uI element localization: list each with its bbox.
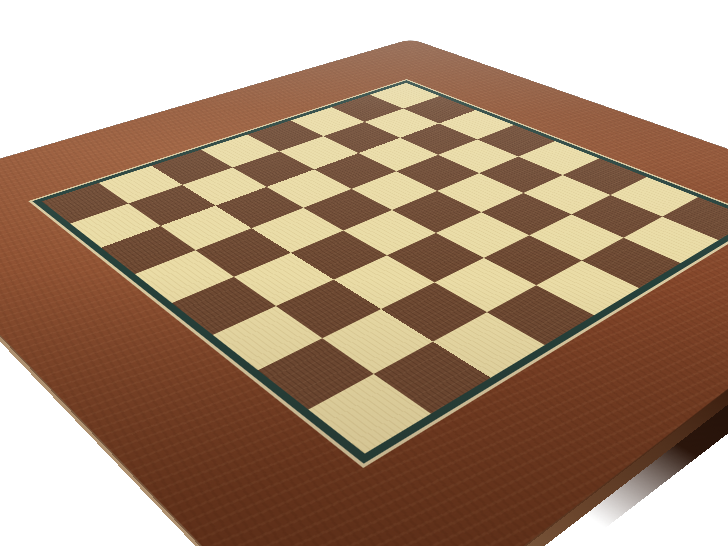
chessboard xyxy=(0,39,728,546)
inlay-teal-frame xyxy=(32,80,728,463)
product-photo-scene xyxy=(0,0,728,546)
chessboard-grid xyxy=(42,83,728,454)
inlay-pinstripe-frame xyxy=(28,79,728,468)
